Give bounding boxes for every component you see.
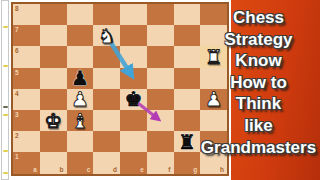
square-c6[interactable] <box>67 46 94 67</box>
square-a6[interactable]: 6 <box>13 46 40 67</box>
square-b4[interactable] <box>40 89 67 110</box>
square-a8[interactable]: 8 <box>13 4 40 25</box>
square-f4[interactable] <box>147 89 174 110</box>
square-e8[interactable] <box>120 4 147 25</box>
scrubber-tick <box>3 65 8 67</box>
title-line-1: Chess <box>197 7 320 29</box>
rank-label-7: 7 <box>15 26 19 33</box>
square-f1[interactable]: f <box>147 152 174 173</box>
square-d5[interactable] <box>93 68 120 89</box>
square-f5[interactable] <box>147 68 174 89</box>
square-a7[interactable]: 7 <box>13 25 40 46</box>
file-label-a: a <box>33 166 37 173</box>
video-progress-strip[interactable] <box>1 0 9 180</box>
square-f2[interactable] <box>147 131 174 152</box>
rank-label-6: 6 <box>15 47 19 54</box>
rank-label-2: 2 <box>15 132 19 139</box>
square-b2[interactable] <box>40 131 67 152</box>
square-b8[interactable] <box>40 4 67 25</box>
white-king[interactable]: ♚ <box>40 110 67 131</box>
title-line-3: Know <box>197 50 320 72</box>
square-d2[interactable] <box>93 131 120 152</box>
white-pawn[interactable]: ♟ <box>67 89 94 110</box>
black-pawn[interactable]: ♟ <box>67 68 94 89</box>
scrubber-tick <box>3 106 8 108</box>
square-e1[interactable]: e <box>120 152 147 173</box>
title-line-5: Think <box>197 93 320 115</box>
square-a1[interactable]: 1a <box>13 152 40 173</box>
square-b1[interactable]: b <box>40 152 67 173</box>
rank-label-3: 3 <box>15 111 19 118</box>
square-b6[interactable] <box>40 46 67 67</box>
rank-label-4: 4 <box>15 90 19 97</box>
square-a2[interactable]: 2 <box>13 131 40 152</box>
square-b5[interactable] <box>40 68 67 89</box>
square-e5[interactable] <box>120 68 147 89</box>
title-line-6: like <box>197 115 320 137</box>
rank-label-8: 8 <box>15 5 19 12</box>
square-a3[interactable]: 3 <box>13 110 40 131</box>
file-label-b: b <box>60 166 64 173</box>
title-line-7: Grandmasters <box>197 137 320 159</box>
square-d3[interactable] <box>93 110 120 131</box>
square-a4[interactable]: 4 <box>13 89 40 110</box>
square-f3[interactable] <box>147 110 174 131</box>
file-label-c: c <box>87 166 91 173</box>
square-c2[interactable] <box>67 131 94 152</box>
square-a5[interactable]: 5 <box>13 68 40 89</box>
scrubber-tick <box>3 26 8 28</box>
title-line-4: How to <box>197 72 320 94</box>
scrubber-tick <box>3 172 8 174</box>
file-label-g: g <box>193 166 197 173</box>
square-f7[interactable] <box>147 25 174 46</box>
video-title: ChessStrategyKnowHow toThinklikeGrandmas… <box>197 7 320 158</box>
square-d4[interactable] <box>93 89 120 110</box>
square-e3[interactable] <box>120 110 147 131</box>
white-knight[interactable]: ♞ <box>93 25 120 46</box>
square-e7[interactable] <box>120 25 147 46</box>
title-line-2: Strategy <box>197 29 320 51</box>
square-e6[interactable] <box>120 46 147 67</box>
rank-label-5: 5 <box>15 69 19 76</box>
square-c1[interactable]: c <box>67 152 94 173</box>
square-d8[interactable] <box>93 4 120 25</box>
scrubber-tick <box>3 150 8 152</box>
black-king[interactable]: ♚ <box>120 89 147 110</box>
square-c8[interactable] <box>67 4 94 25</box>
file-label-f: f <box>168 166 170 173</box>
scrubber-tick <box>3 114 8 116</box>
square-e2[interactable] <box>120 131 147 152</box>
square-c7[interactable] <box>67 25 94 46</box>
white-bishop[interactable]: ♝ <box>67 110 94 131</box>
square-f6[interactable] <box>147 46 174 67</box>
square-f8[interactable] <box>147 4 174 25</box>
rank-label-1: 1 <box>15 153 19 160</box>
square-d1[interactable]: d <box>93 152 120 173</box>
file-label-e: e <box>140 166 144 173</box>
square-d6[interactable] <box>93 46 120 67</box>
file-label-h: h <box>220 166 224 173</box>
file-label-d: d <box>113 166 117 173</box>
square-b7[interactable] <box>40 25 67 46</box>
